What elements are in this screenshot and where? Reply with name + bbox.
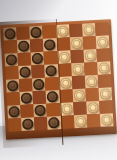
dark-piece[interactable] [32,53,44,65]
dark-piece[interactable] [48,117,60,129]
board-square[interactable] [98,87,112,101]
board-square[interactable] [45,77,59,91]
light-piece[interactable] [84,50,96,62]
board-square[interactable] [3,27,17,41]
light-piece[interactable] [98,62,110,74]
board-square[interactable] [33,91,47,105]
board-square[interactable] [87,114,101,128]
board-square[interactable] [43,38,57,52]
light-piece[interactable] [75,116,87,128]
board-square[interactable] [31,52,45,66]
board-square[interactable] [84,62,98,76]
board-square[interactable] [20,104,34,118]
board-square[interactable] [6,79,20,93]
board-square[interactable] [47,103,61,117]
light-piece[interactable] [101,114,113,126]
board-square[interactable] [71,63,85,77]
dark-piece[interactable] [47,91,59,103]
board-square[interactable] [85,88,99,102]
dark-piece[interactable] [7,80,19,92]
board-square[interactable] [69,24,83,38]
light-piece[interactable] [61,103,73,115]
board-square[interactable] [21,117,35,131]
board-square[interactable] [32,78,46,92]
board-square[interactable] [5,66,19,80]
board-square[interactable] [83,49,97,63]
board-square[interactable] [45,64,59,78]
dark-piece[interactable] [8,106,20,118]
board-square[interactable] [4,40,18,54]
dark-piece[interactable] [33,79,45,91]
board-square[interactable] [43,25,57,39]
board-square[interactable] [86,101,100,115]
board-square[interactable] [96,48,110,62]
board-square[interactable] [96,35,110,49]
light-piece[interactable] [97,36,109,48]
board-square[interactable] [18,52,32,66]
board-square[interactable] [18,65,32,79]
board-square[interactable] [46,90,60,104]
light-piece[interactable] [99,88,111,100]
dark-piece[interactable] [31,27,43,39]
board-square[interactable] [16,26,30,40]
dark-piece[interactable] [18,40,30,52]
board-square[interactable] [44,51,58,65]
board-square[interactable] [7,92,21,106]
light-piece[interactable] [87,102,99,114]
board-square[interactable] [47,116,61,130]
dark-piece[interactable] [35,105,47,117]
board-square[interactable] [5,53,19,67]
dark-piece[interactable] [44,39,56,51]
board-square[interactable] [73,102,87,116]
light-piece[interactable] [57,25,69,37]
light-piece[interactable] [73,90,85,102]
board-square[interactable] [34,117,48,131]
board-square[interactable] [20,91,34,105]
board-square[interactable] [99,100,113,114]
light-piece[interactable] [72,64,84,76]
board-square[interactable] [19,78,33,92]
board-square[interactable] [34,104,48,118]
light-piece[interactable] [86,76,98,88]
board-square[interactable] [82,23,96,37]
dark-piece[interactable] [21,92,33,104]
board-square[interactable] [29,26,43,40]
checkers-board [0,19,117,140]
board-square[interactable] [69,37,83,51]
board-square[interactable] [74,115,88,129]
board-square[interactable] [97,61,111,75]
dark-piece[interactable] [4,28,16,40]
light-piece[interactable] [83,24,95,36]
board-square[interactable] [7,105,21,119]
board-square[interactable] [72,89,86,103]
dark-piece[interactable] [22,118,34,130]
dark-piece[interactable] [46,65,58,77]
board-square[interactable] [70,50,84,64]
light-piece[interactable] [71,38,83,50]
board-square[interactable] [8,118,22,132]
light-piece[interactable] [58,51,70,63]
dark-piece[interactable] [19,66,31,78]
board-square[interactable] [83,36,97,50]
dark-piece[interactable] [6,54,18,66]
board-square[interactable] [95,22,109,36]
board-square[interactable] [17,39,31,53]
board-square[interactable] [100,113,114,127]
board-square[interactable] [31,65,45,79]
board-square[interactable] [98,74,112,88]
board-square[interactable] [30,39,44,53]
board-square[interactable] [71,76,85,90]
photo-scene [0,0,117,160]
board-square[interactable] [85,75,99,89]
light-piece[interactable] [59,77,71,89]
